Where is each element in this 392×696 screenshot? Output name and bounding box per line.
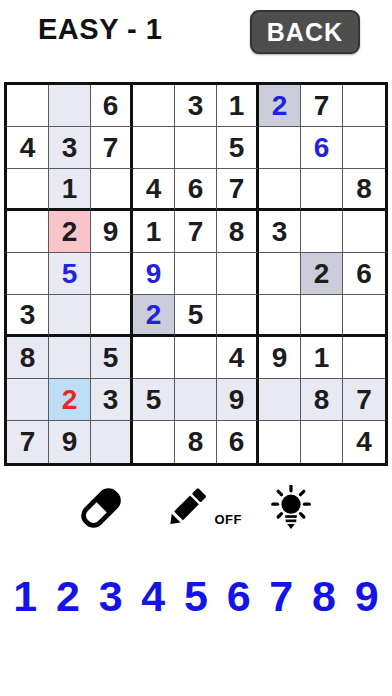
cell-r4c7[interactable]: 3 (259, 211, 301, 253)
cell-r1c9[interactable] (343, 85, 385, 127)
cell-r8c1[interactable] (7, 379, 49, 421)
numpad-6[interactable]: 6 (217, 572, 260, 621)
cell-r6c1[interactable]: 3 (7, 295, 49, 337)
cell-r4c6[interactable]: 8 (217, 211, 259, 253)
cell-r4c9[interactable] (343, 211, 385, 253)
cell-r8c9[interactable]: 7 (343, 379, 385, 421)
cell-r6c9[interactable] (343, 295, 385, 337)
cell-r5c4[interactable]: 9 (133, 253, 175, 295)
cell-r3c6[interactable]: 7 (217, 169, 259, 211)
cell-r1c2[interactable] (49, 85, 91, 127)
cell-r4c1[interactable] (7, 211, 49, 253)
cell-r4c8[interactable] (301, 211, 343, 253)
cell-r5c6[interactable] (217, 253, 259, 295)
cell-r5c1[interactable] (7, 253, 49, 295)
cell-r1c3[interactable]: 6 (91, 85, 133, 127)
page-title: EASY - 1 (38, 13, 162, 46)
cell-r7c9[interactable] (343, 337, 385, 379)
cell-r3c2[interactable]: 1 (49, 169, 91, 211)
cell-r2c5[interactable] (175, 127, 217, 169)
number-pad: 123456789 (4, 572, 388, 621)
cell-r4c3[interactable]: 9 (91, 211, 133, 253)
cell-r5c5[interactable] (175, 253, 217, 295)
cell-r5c2[interactable]: 5 (49, 253, 91, 295)
cell-r1c6[interactable]: 1 (217, 85, 259, 127)
cell-r3c5[interactable]: 6 (175, 169, 217, 211)
cell-r8c7[interactable] (259, 379, 301, 421)
back-button[interactable]: BACK (250, 10, 360, 54)
cell-r6c7[interactable] (259, 295, 301, 337)
pencil-icon (164, 485, 210, 531)
cell-r2c4[interactable] (133, 127, 175, 169)
hint-button[interactable] (267, 480, 315, 536)
cell-r5c7[interactable] (259, 253, 301, 295)
cell-r6c4[interactable]: 2 (133, 295, 175, 337)
cell-r8c3[interactable]: 3 (91, 379, 133, 421)
cell-r1c7[interactable]: 2 (259, 85, 301, 127)
cell-r3c8[interactable] (301, 169, 343, 211)
numpad-8[interactable]: 8 (303, 572, 346, 621)
cell-r3c3[interactable] (91, 169, 133, 211)
cell-r8c2[interactable]: 2 (49, 379, 91, 421)
cell-r9c3[interactable] (91, 421, 133, 463)
cell-r5c9[interactable]: 6 (343, 253, 385, 295)
cell-r9c6[interactable]: 6 (217, 421, 259, 463)
sudoku-app: EASY - 1 BACK 63127437561467829178359263… (0, 0, 392, 696)
cell-r2c6[interactable]: 5 (217, 127, 259, 169)
cell-r2c8[interactable]: 6 (301, 127, 343, 169)
pencil-notes-button[interactable]: OFF (163, 480, 211, 536)
cell-r6c3[interactable] (91, 295, 133, 337)
numpad-2[interactable]: 2 (47, 572, 90, 621)
cell-r9c1[interactable]: 7 (7, 421, 49, 463)
cell-r8c6[interactable]: 9 (217, 379, 259, 421)
cell-r2c9[interactable] (343, 127, 385, 169)
cell-r7c1[interactable]: 8 (7, 337, 49, 379)
cell-r7c5[interactable] (175, 337, 217, 379)
cell-r1c4[interactable] (133, 85, 175, 127)
cell-r3c1[interactable] (7, 169, 49, 211)
cell-r3c7[interactable] (259, 169, 301, 211)
numpad-3[interactable]: 3 (89, 572, 132, 621)
cell-r8c5[interactable] (175, 379, 217, 421)
cell-r1c5[interactable]: 3 (175, 85, 217, 127)
cell-r6c2[interactable] (49, 295, 91, 337)
cell-r6c6[interactable] (217, 295, 259, 337)
toolbar: OFF (0, 478, 392, 538)
cell-r2c2[interactable]: 3 (49, 127, 91, 169)
eraser-button[interactable] (77, 480, 125, 536)
cell-r3c9[interactable]: 8 (343, 169, 385, 211)
cell-r5c3[interactable] (91, 253, 133, 295)
cell-r2c1[interactable]: 4 (7, 127, 49, 169)
cell-r8c4[interactable]: 5 (133, 379, 175, 421)
cell-r4c5[interactable]: 7 (175, 211, 217, 253)
cell-r4c4[interactable]: 1 (133, 211, 175, 253)
cell-r9c4[interactable] (133, 421, 175, 463)
cell-r7c2[interactable] (49, 337, 91, 379)
numpad-4[interactable]: 4 (132, 572, 175, 621)
cell-r9c7[interactable] (259, 421, 301, 463)
pencil-mode-label: OFF (215, 512, 243, 527)
cell-r5c8[interactable]: 2 (301, 253, 343, 295)
lightbulb-icon (267, 485, 315, 531)
numpad-7[interactable]: 7 (260, 572, 303, 621)
cell-r9c9[interactable]: 4 (343, 421, 385, 463)
cell-r6c8[interactable] (301, 295, 343, 337)
numpad-1[interactable]: 1 (4, 572, 47, 621)
cell-r7c3[interactable]: 5 (91, 337, 133, 379)
cell-r1c8[interactable]: 7 (301, 85, 343, 127)
cell-r7c7[interactable]: 9 (259, 337, 301, 379)
numpad-9[interactable]: 9 (345, 572, 388, 621)
cell-r1c1[interactable] (7, 85, 49, 127)
sudoku-board: 6312743756146782917835926325854912359877… (4, 82, 388, 466)
eraser-icon (78, 485, 124, 531)
cell-r6c5[interactable]: 5 (175, 295, 217, 337)
cell-r7c4[interactable] (133, 337, 175, 379)
cell-r9c8[interactable] (301, 421, 343, 463)
cell-r3c4[interactable]: 4 (133, 169, 175, 211)
cell-r9c5[interactable]: 8 (175, 421, 217, 463)
cell-r2c3[interactable]: 7 (91, 127, 133, 169)
cell-r2c7[interactable] (259, 127, 301, 169)
cell-r7c6[interactable]: 4 (217, 337, 259, 379)
cell-r4c2[interactable]: 2 (49, 211, 91, 253)
cell-r7c8[interactable]: 1 (301, 337, 343, 379)
numpad-5[interactable]: 5 (175, 572, 218, 621)
header: EASY - 1 BACK (0, 0, 392, 66)
cell-r9c2[interactable]: 9 (49, 421, 91, 463)
cell-r8c8[interactable]: 8 (301, 379, 343, 421)
